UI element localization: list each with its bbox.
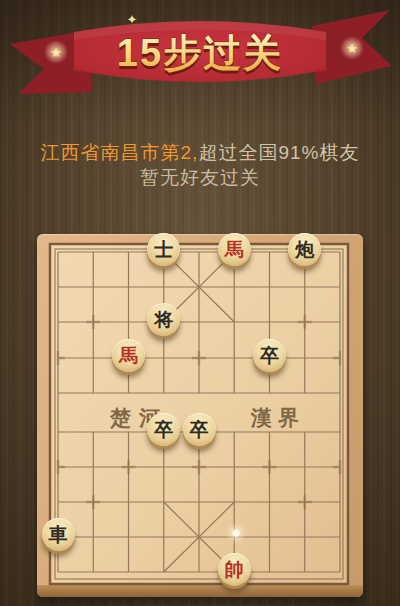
- pieces-layer: 士馬炮将馬卒卒卒車帥: [37, 234, 363, 597]
- sparkle-dot: [232, 529, 240, 537]
- piece-black-soldier[interactable]: 卒: [253, 339, 286, 372]
- piece-black-general[interactable]: 将: [147, 303, 180, 336]
- rank-text: 江西省南昌市第2,超过全国91%棋友: [0, 140, 400, 165]
- rank-highlight: 江西省南昌市第2,: [41, 142, 199, 163]
- piece-black-soldier[interactable]: 卒: [183, 413, 216, 446]
- stats-block: 江西省南昌市第2,超过全国91%棋友 暂无好友过关: [0, 140, 400, 190]
- piece-black-chariot[interactable]: 車: [42, 518, 75, 551]
- friends-status: 暂无好友过关: [0, 165, 400, 190]
- banner-title: 15步过关: [117, 32, 283, 74]
- xiangqi-board[interactable]: 楚河 漢界 士馬炮将馬卒卒卒車帥: [37, 234, 363, 597]
- piece-black-cannon[interactable]: 炮: [288, 233, 321, 266]
- level-banner: 15步过关 15步过关 ✦ ★ ★: [0, 0, 400, 104]
- app-screen: 15步过关 15步过关 ✦ ★ ★ 江西省南昌市第2,超过全国91%棋友 暂无好…: [0, 0, 400, 606]
- rank-rest: 超过全国91%棋友: [198, 142, 359, 163]
- star-icon: ★: [50, 45, 62, 60]
- piece-black-advisor[interactable]: 士: [147, 233, 180, 266]
- piece-red-horse[interactable]: 馬: [112, 339, 145, 372]
- star-icon: ★: [346, 41, 358, 56]
- piece-black-soldier[interactable]: 卒: [147, 413, 180, 446]
- piece-red-horse[interactable]: 馬: [218, 233, 251, 266]
- piece-red-general[interactable]: 帥: [218, 553, 251, 586]
- sparkle-icon: ✦: [127, 12, 138, 27]
